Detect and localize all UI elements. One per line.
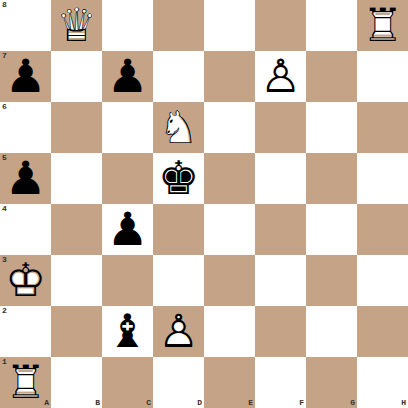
square-c4[interactable]: ♟ (102, 204, 153, 255)
file-label-g: G (350, 399, 355, 407)
square-b8[interactable]: ♛♕ (51, 0, 102, 51)
square-c7[interactable]: ♟ (102, 51, 153, 102)
white-piece-outline-layer: ♖ (0, 357, 51, 408)
square-e6[interactable] (204, 102, 255, 153)
square-h2[interactable] (357, 306, 408, 357)
black-piece-layer: ♚ (153, 153, 204, 204)
square-h4[interactable] (357, 204, 408, 255)
file-label-h: H (401, 399, 406, 407)
square-c5[interactable] (102, 153, 153, 204)
rank-label-2: 2 (2, 307, 7, 315)
white-rook-icon[interactable]: ♜♖ (357, 0, 408, 51)
square-c6[interactable] (102, 102, 153, 153)
square-g3[interactable] (306, 255, 357, 306)
square-b7[interactable] (51, 51, 102, 102)
square-h8[interactable]: ♜♖ (357, 0, 408, 51)
square-f2[interactable] (255, 306, 306, 357)
square-d1[interactable]: D (153, 357, 204, 408)
white-piece-outline-layer: ♘ (153, 102, 204, 153)
square-g7[interactable] (306, 51, 357, 102)
square-h1[interactable]: H (357, 357, 408, 408)
square-g2[interactable] (306, 306, 357, 357)
black-piece-layer: ♟ (0, 51, 51, 102)
square-d3[interactable] (153, 255, 204, 306)
black-piece-layer: ♟ (102, 204, 153, 255)
square-d2[interactable]: ♟♙ (153, 306, 204, 357)
black-pawn-icon[interactable]: ♟ (0, 153, 51, 204)
square-b2[interactable] (51, 306, 102, 357)
white-queen-icon[interactable]: ♛♕ (51, 0, 102, 51)
white-knight-icon[interactable]: ♞♘ (153, 102, 204, 153)
square-f1[interactable]: F (255, 357, 306, 408)
square-g5[interactable] (306, 153, 357, 204)
white-piece-outline-layer: ♙ (255, 51, 306, 102)
black-pawn-icon[interactable]: ♟ (102, 204, 153, 255)
rank-label-8: 8 (2, 1, 7, 9)
square-a6[interactable]: 6 (0, 102, 51, 153)
file-label-d: D (197, 399, 202, 407)
rank-label-4: 4 (2, 205, 7, 213)
black-pawn-icon[interactable]: ♟ (102, 51, 153, 102)
square-g8[interactable] (306, 0, 357, 51)
square-e7[interactable] (204, 51, 255, 102)
black-king-icon[interactable]: ♚ (153, 153, 204, 204)
white-rook-icon[interactable]: ♜♖ (0, 357, 51, 408)
square-e4[interactable] (204, 204, 255, 255)
square-f7[interactable]: ♟♙ (255, 51, 306, 102)
white-pawn-icon[interactable]: ♟♙ (153, 306, 204, 357)
file-label-c: C (146, 399, 151, 407)
white-piece-outline-layer: ♙ (153, 306, 204, 357)
black-pawn-icon[interactable]: ♟ (0, 51, 51, 102)
square-c1[interactable]: C (102, 357, 153, 408)
square-a3[interactable]: 3♚♔ (0, 255, 51, 306)
square-d8[interactable] (153, 0, 204, 51)
square-e3[interactable] (204, 255, 255, 306)
white-piece-outline-layer: ♔ (0, 255, 51, 306)
black-piece-layer: ♟ (102, 51, 153, 102)
white-pawn-icon[interactable]: ♟♙ (255, 51, 306, 102)
square-a8[interactable]: 8 (0, 0, 51, 51)
square-f5[interactable] (255, 153, 306, 204)
square-d4[interactable] (153, 204, 204, 255)
white-piece-outline-layer: ♖ (357, 0, 408, 51)
square-h7[interactable] (357, 51, 408, 102)
rank-label-6: 6 (2, 103, 7, 111)
square-f3[interactable] (255, 255, 306, 306)
square-g1[interactable]: G (306, 357, 357, 408)
square-c8[interactable] (102, 0, 153, 51)
square-f4[interactable] (255, 204, 306, 255)
square-h3[interactable] (357, 255, 408, 306)
square-a5[interactable]: 5♟ (0, 153, 51, 204)
square-e2[interactable] (204, 306, 255, 357)
square-g6[interactable] (306, 102, 357, 153)
file-label-f: F (299, 399, 304, 407)
square-b5[interactable] (51, 153, 102, 204)
square-a2[interactable]: 2 (0, 306, 51, 357)
black-piece-layer: ♝ (102, 306, 153, 357)
square-h6[interactable] (357, 102, 408, 153)
square-b4[interactable] (51, 204, 102, 255)
file-label-b: B (95, 399, 100, 407)
square-e8[interactable] (204, 0, 255, 51)
square-a7[interactable]: 7♟ (0, 51, 51, 102)
square-c3[interactable] (102, 255, 153, 306)
black-bishop-icon[interactable]: ♝ (102, 306, 153, 357)
square-b6[interactable] (51, 102, 102, 153)
white-king-icon[interactable]: ♚♔ (0, 255, 51, 306)
square-c2[interactable]: ♝ (102, 306, 153, 357)
square-b3[interactable] (51, 255, 102, 306)
square-b1[interactable]: B (51, 357, 102, 408)
black-piece-layer: ♟ (0, 153, 51, 204)
square-d6[interactable]: ♞♘ (153, 102, 204, 153)
square-a1[interactable]: 1A♜♖ (0, 357, 51, 408)
square-e5[interactable] (204, 153, 255, 204)
square-e1[interactable]: E (204, 357, 255, 408)
white-piece-outline-layer: ♕ (51, 0, 102, 51)
square-f6[interactable] (255, 102, 306, 153)
square-d5[interactable]: ♚ (153, 153, 204, 204)
square-a4[interactable]: 4 (0, 204, 51, 255)
square-g4[interactable] (306, 204, 357, 255)
square-d7[interactable] (153, 51, 204, 102)
chess-board: 8♛♕♜♖7♟♟♟♙6♞♘5♟♚4♟3♚♔2♝♟♙1A♜♖BCDEFGH (0, 0, 408, 408)
square-f8[interactable] (255, 0, 306, 51)
file-label-e: E (248, 399, 253, 407)
square-h5[interactable] (357, 153, 408, 204)
